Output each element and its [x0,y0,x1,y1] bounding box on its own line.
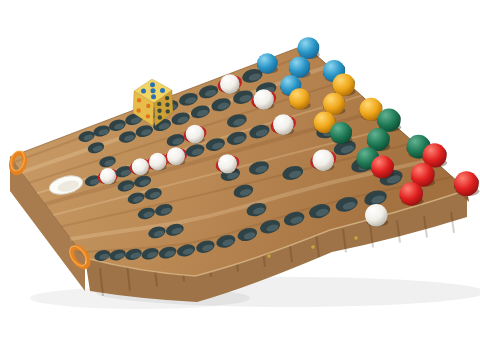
white-marble[interactable] [100,168,116,184]
white-marble[interactable] [132,158,149,175]
blue-marble[interactable] [298,37,320,59]
blue-marble[interactable] [257,53,278,74]
die-pip [158,115,162,119]
brass-pin [354,236,358,240]
die-pip [137,98,141,102]
die-pip [166,109,170,113]
scene: Wooden Barricade (Malefiz) travel board … [0,0,480,360]
white-marble[interactable] [313,149,334,170]
white-marble[interactable] [218,154,237,173]
die-pip [165,103,169,107]
die-pip [165,96,169,100]
white-marble[interactable] [167,147,185,165]
die-pip [146,114,150,118]
die-pip [151,94,156,99]
yellow-marble[interactable] [333,74,355,96]
brass-pin [267,254,271,258]
brass-pin [311,245,315,249]
white-marble[interactable] [220,74,240,94]
red-marble[interactable] [400,182,423,205]
white-marble[interactable] [365,204,387,226]
white-marble[interactable] [273,114,294,135]
die-pip [150,82,155,87]
die-pip [157,109,161,113]
white-marble[interactable] [149,153,167,171]
red-marble[interactable] [454,171,479,196]
die-pip [157,102,161,106]
die-pip [141,88,146,93]
die-pip [146,104,150,108]
red-marble[interactable] [371,156,394,179]
white-marble[interactable] [186,125,205,144]
barricade-board [0,0,480,360]
white-marble[interactable] [254,89,274,109]
yellow-marble[interactable] [289,88,310,109]
die-pip [160,88,165,93]
blue-marble[interactable] [289,56,310,77]
green-marble[interactable] [377,109,400,132]
die-pip [136,108,140,112]
die-pip [151,88,156,93]
yellow-marble[interactable] [323,93,345,115]
green-marble[interactable] [330,122,352,144]
